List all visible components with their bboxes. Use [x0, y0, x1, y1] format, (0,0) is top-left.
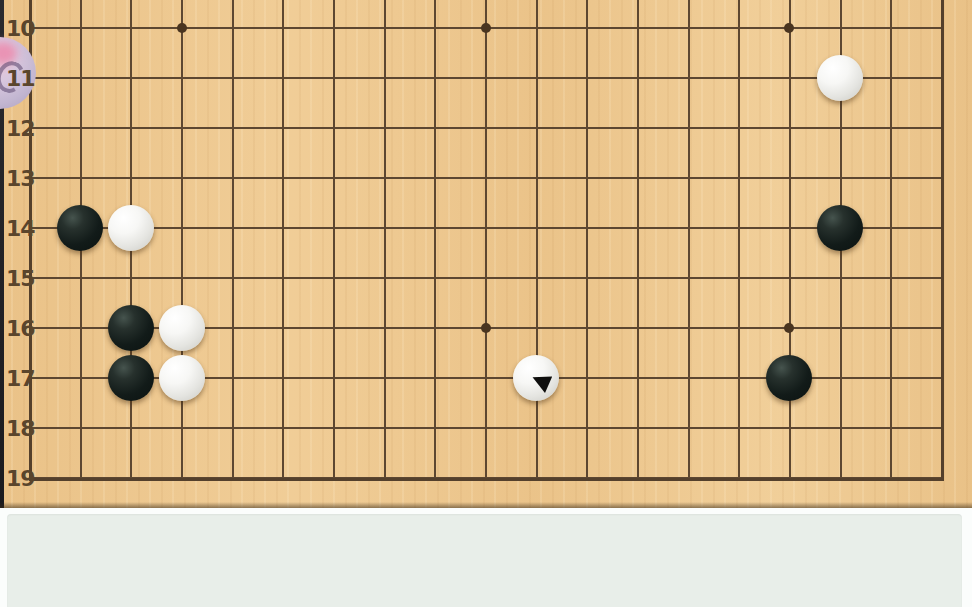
last-move-marker-triangle-icon: [532, 375, 552, 393]
white-stone: [159, 355, 205, 401]
star-point-16-16: [764, 303, 815, 353]
row-label-14: 14: [6, 216, 32, 241]
row-label-12: 12: [6, 116, 32, 141]
black-stone: [817, 205, 863, 251]
stone-white-d16: [156, 303, 207, 353]
stone-black-c16: [106, 303, 157, 353]
star-point-10-10: [460, 3, 511, 53]
row-label-18: 18: [6, 416, 32, 441]
row-label-17: 17: [6, 366, 32, 391]
white-stone: [159, 305, 205, 351]
star-point-4-10: [156, 3, 207, 53]
row-label-15: 15: [6, 266, 32, 291]
stone-white-d17: [156, 353, 207, 403]
stone-black-q17: [764, 353, 815, 403]
star-point-dot: [481, 23, 491, 33]
bottom-panel: [7, 514, 962, 607]
stone-white-r11: [815, 53, 866, 103]
star-point-dot: [784, 323, 794, 333]
black-stone: [108, 305, 154, 351]
white-stone: [513, 355, 559, 401]
row-label-10: 10: [6, 16, 32, 41]
row-label-16: 16: [6, 316, 32, 341]
white-stone: [108, 205, 154, 251]
black-stone: [766, 355, 812, 401]
stone-black-c17: [106, 353, 157, 403]
below-board-area: [0, 508, 972, 607]
star-point-16-10: [764, 3, 815, 53]
star-point-dot: [177, 23, 187, 33]
screen: 10111213141516171819: [0, 0, 972, 607]
row-labels: 10111213141516171819: [0, 0, 30, 508]
black-stone: [108, 355, 154, 401]
star-point-dot: [784, 23, 794, 33]
go-board[interactable]: 10111213141516171819: [0, 0, 972, 508]
white-stone: [817, 55, 863, 101]
board-grid[interactable]: [4, 0, 967, 503]
row-label-11: 11: [6, 66, 32, 91]
stone-black-r14: [815, 203, 866, 253]
stone-white-c14: [106, 203, 157, 253]
row-label-19: 19: [6, 466, 32, 491]
row-label-13: 13: [6, 166, 32, 191]
stone-black-b14: [55, 203, 106, 253]
stone-white-l17: [511, 353, 562, 403]
black-stone: [57, 205, 103, 251]
star-point-dot: [481, 323, 491, 333]
star-point-10-16: [460, 303, 511, 353]
